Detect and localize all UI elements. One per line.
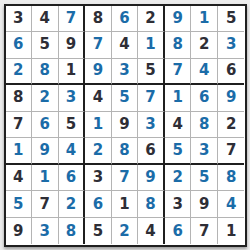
page: 3478629156597418232819357468234571697651… <box>0 0 250 250</box>
sudoku-cell-r1c2[interactable]: 4 <box>32 6 59 33</box>
sudoku-cell-r9c6[interactable]: 4 <box>138 218 165 245</box>
sudoku-cell-r5c4[interactable]: 1 <box>85 112 112 139</box>
sudoku-cell-r2c7[interactable]: 8 <box>165 32 192 59</box>
cell-digit: 9 <box>93 63 103 78</box>
cell-digit: 5 <box>226 11 236 26</box>
cell-digit: 7 <box>199 224 209 239</box>
sudoku-cell-r3c5[interactable]: 3 <box>112 59 139 86</box>
sudoku-cell-r4c1[interactable]: 8 <box>6 85 33 112</box>
cell-digit: 7 <box>40 197 50 212</box>
sudoku-cell-r4c2[interactable]: 2 <box>32 85 59 112</box>
sudoku-cell-r8c4[interactable]: 6 <box>85 191 112 218</box>
cell-digit: 8 <box>13 90 23 105</box>
sudoku-cell-r9c1[interactable]: 9 <box>6 218 33 245</box>
cell-digit: 2 <box>93 143 103 158</box>
sudoku-cell-r3c8[interactable]: 4 <box>191 59 218 86</box>
sudoku-cell-r4c3[interactable]: 3 <box>59 85 86 112</box>
cell-digit: 4 <box>66 143 76 158</box>
cell-digit: 3 <box>172 197 182 212</box>
cell-digit: 1 <box>199 11 209 26</box>
sudoku-cell-r8c6[interactable]: 8 <box>138 191 165 218</box>
cell-digit: 9 <box>66 37 76 52</box>
cell-digit: 3 <box>13 11 23 26</box>
sudoku-cell-r8c9[interactable]: 4 <box>218 191 245 218</box>
sudoku-cell-r6c9[interactable]: 7 <box>218 138 245 165</box>
cell-digit: 2 <box>66 197 76 212</box>
sudoku-cell-r7c1[interactable]: 4 <box>6 165 33 192</box>
sudoku-cell-r7c4[interactable]: 3 <box>85 165 112 192</box>
cell-digit: 6 <box>66 170 76 185</box>
cell-digit: 8 <box>93 11 103 26</box>
cell-digit: 4 <box>172 117 182 132</box>
sudoku-cell-r1c7[interactable]: 9 <box>165 6 192 33</box>
sudoku-cell-r6c6[interactable]: 6 <box>138 138 165 165</box>
sudoku-cell-r8c7[interactable]: 3 <box>165 191 192 218</box>
cell-digit: 2 <box>199 37 209 52</box>
sudoku-cell-r1c5[interactable]: 6 <box>112 6 139 33</box>
cell-digit: 6 <box>119 11 129 26</box>
sudoku-cell-r7c7[interactable]: 2 <box>165 165 192 192</box>
sudoku-cell-r7c3[interactable]: 6 <box>59 165 86 192</box>
cell-digit: 2 <box>13 63 23 78</box>
cell-digit: 7 <box>13 117 23 132</box>
cell-digit: 1 <box>145 37 155 52</box>
sudoku-cell-r6c5[interactable]: 8 <box>112 138 139 165</box>
sudoku-cell-r3c3[interactable]: 1 <box>59 59 86 86</box>
cell-digit: 8 <box>66 224 76 239</box>
cell-digit: 8 <box>40 63 50 78</box>
cell-digit: 2 <box>145 11 155 26</box>
sudoku-cell-r2c4[interactable]: 7 <box>85 32 112 59</box>
cell-digit: 4 <box>226 197 236 212</box>
sudoku-cell-r5c9[interactable]: 2 <box>218 112 245 139</box>
cell-digit: 1 <box>66 63 76 78</box>
cell-digit: 9 <box>172 11 182 26</box>
cell-digit: 6 <box>93 197 103 212</box>
sudoku-cell-r9c5[interactable]: 2 <box>112 218 139 245</box>
cell-digit: 7 <box>93 37 103 52</box>
cell-digit: 5 <box>172 143 182 158</box>
cell-digit: 2 <box>226 117 236 132</box>
sudoku-cell-r7c2[interactable]: 1 <box>32 165 59 192</box>
cell-digit: 3 <box>199 143 209 158</box>
sudoku-cell-r2c6[interactable]: 1 <box>138 32 165 59</box>
cell-digit: 6 <box>13 37 23 52</box>
cell-digit: 9 <box>119 117 129 132</box>
sudoku-cell-r3c4[interactable]: 9 <box>85 59 112 86</box>
cell-digit: 1 <box>119 197 129 212</box>
sudoku-cell-r7c5[interactable]: 7 <box>112 165 139 192</box>
sudoku-cell-r5c5[interactable]: 9 <box>112 112 139 139</box>
sudoku-cell-r5c8[interactable]: 8 <box>191 112 218 139</box>
sudoku-cell-r1c6[interactable]: 2 <box>138 6 165 33</box>
cell-digit: 8 <box>145 197 155 212</box>
sudoku-cell-r8c1[interactable]: 5 <box>6 191 33 218</box>
sudoku-cell-r2c8[interactable]: 2 <box>191 32 218 59</box>
sudoku-cell-r9c7[interactable]: 6 <box>165 218 192 245</box>
cell-digit: 6 <box>199 90 209 105</box>
cell-digit: 3 <box>119 63 129 78</box>
sudoku-cell-r3c2[interactable]: 8 <box>32 59 59 86</box>
cell-digit: 3 <box>226 37 236 52</box>
sudoku-cell-r1c3[interactable]: 7 <box>59 6 86 33</box>
sudoku-cell-r3c9[interactable]: 6 <box>218 59 245 86</box>
cell-digit: 4 <box>145 224 155 239</box>
cell-digit: 5 <box>199 170 209 185</box>
cell-digit: 9 <box>13 224 23 239</box>
sudoku-cell-r7c9[interactable]: 8 <box>218 165 245 192</box>
cell-digit: 9 <box>145 170 155 185</box>
sudoku-cell-r5c1[interactable]: 7 <box>6 112 33 139</box>
sudoku-cell-r2c1[interactable]: 6 <box>6 32 33 59</box>
sudoku-cell-r4c5[interactable]: 5 <box>112 85 139 112</box>
sudoku-cell-r6c7[interactable]: 5 <box>165 138 192 165</box>
sudoku-cell-r8c8[interactable]: 9 <box>191 191 218 218</box>
sudoku-cell-r4c7[interactable]: 1 <box>165 85 192 112</box>
cell-digit: 1 <box>13 143 23 158</box>
cell-digit: 9 <box>199 197 209 212</box>
cell-digit: 5 <box>40 37 50 52</box>
sudoku-cell-r3c1[interactable]: 2 <box>6 59 33 86</box>
cell-digit: 7 <box>172 63 182 78</box>
sudoku-cell-r5c2[interactable]: 6 <box>32 112 59 139</box>
cell-digit: 3 <box>66 90 76 105</box>
sudoku-cell-r6c2[interactable]: 9 <box>32 138 59 165</box>
cell-digit: 8 <box>226 170 236 185</box>
sudoku-cell-r4c6[interactable]: 7 <box>138 85 165 112</box>
sudoku-cell-r2c9[interactable]: 3 <box>218 32 245 59</box>
cell-digit: 1 <box>93 117 103 132</box>
cell-digit: 6 <box>145 143 155 158</box>
sudoku-cell-r1c1[interactable]: 3 <box>6 6 33 33</box>
sudoku-cell-r2c5[interactable]: 4 <box>112 32 139 59</box>
cell-digit: 9 <box>40 143 50 158</box>
cell-digit: 1 <box>172 90 182 105</box>
cell-digit: 5 <box>93 224 103 239</box>
cell-digit: 5 <box>13 197 23 212</box>
cell-digit: 6 <box>40 117 50 132</box>
cell-digit: 7 <box>66 11 76 26</box>
cell-digit: 4 <box>13 170 23 185</box>
cell-digit: 8 <box>199 117 209 132</box>
cell-digit: 4 <box>199 63 209 78</box>
sudoku-cell-r4c8[interactable]: 6 <box>191 85 218 112</box>
sudoku-cell-r6c4[interactable]: 2 <box>85 138 112 165</box>
cell-digit: 5 <box>145 63 155 78</box>
cell-digit: 2 <box>172 170 182 185</box>
sudoku-cell-r1c9[interactable]: 5 <box>218 6 245 33</box>
cell-digit: 3 <box>40 224 50 239</box>
sudoku-board: 3478629156597418232819357468234571697651… <box>4 4 247 247</box>
cell-digit: 9 <box>226 90 236 105</box>
cell-digit: 8 <box>172 37 182 52</box>
sudoku-cell-r3c6[interactable]: 5 <box>138 59 165 86</box>
sudoku-cell-r5c7[interactable]: 4 <box>165 112 192 139</box>
cell-digit: 7 <box>226 143 236 158</box>
sudoku-cell-r2c2[interactable]: 5 <box>32 32 59 59</box>
sudoku-cell-r5c6[interactable]: 3 <box>138 112 165 139</box>
cell-digit: 7 <box>119 170 129 185</box>
sudoku-cell-r9c8[interactable]: 7 <box>191 218 218 245</box>
cell-digit: 3 <box>93 170 103 185</box>
cell-digit: 8 <box>119 143 129 158</box>
sudoku-cell-r8c2[interactable]: 7 <box>32 191 59 218</box>
sudoku-cell-r1c4[interactable]: 8 <box>85 6 112 33</box>
sudoku-cell-r8c5[interactable]: 1 <box>112 191 139 218</box>
cell-digit: 6 <box>226 63 236 78</box>
sudoku-cell-r9c3[interactable]: 8 <box>59 218 86 245</box>
sudoku-cell-r4c4[interactable]: 4 <box>85 85 112 112</box>
sudoku-cell-r8c3[interactable]: 2 <box>59 191 86 218</box>
cell-digit: 5 <box>66 117 76 132</box>
cell-digit: 3 <box>145 117 155 132</box>
sudoku-cell-r3c7[interactable]: 7 <box>165 59 192 86</box>
cell-digit: 1 <box>40 170 50 185</box>
sudoku-cell-r7c8[interactable]: 5 <box>191 165 218 192</box>
sudoku-cell-r5c3[interactable]: 5 <box>59 112 86 139</box>
sudoku-cell-r1c8[interactable]: 1 <box>191 6 218 33</box>
sudoku-cell-r6c1[interactable]: 1 <box>6 138 33 165</box>
cell-digit: 2 <box>119 224 129 239</box>
sudoku-cell-r4c9[interactable]: 9 <box>218 85 245 112</box>
cell-digit: 7 <box>145 90 155 105</box>
cell-digit: 2 <box>40 90 50 105</box>
sudoku-cell-r9c4[interactable]: 5 <box>85 218 112 245</box>
cell-digit: 1 <box>226 224 236 239</box>
sudoku-cell-r9c2[interactable]: 3 <box>32 218 59 245</box>
cell-digit: 6 <box>172 224 182 239</box>
sudoku-cell-r7c6[interactable]: 9 <box>138 165 165 192</box>
cell-digit: 4 <box>119 37 129 52</box>
cell-digit: 4 <box>40 11 50 26</box>
sudoku-cell-r9c9[interactable]: 1 <box>218 218 245 245</box>
cell-digit: 4 <box>93 90 103 105</box>
sudoku-cell-r2c3[interactable]: 9 <box>59 32 86 59</box>
cell-digit: 5 <box>119 90 129 105</box>
sudoku-cell-r6c3[interactable]: 4 <box>59 138 86 165</box>
sudoku-cell-r6c8[interactable]: 3 <box>191 138 218 165</box>
